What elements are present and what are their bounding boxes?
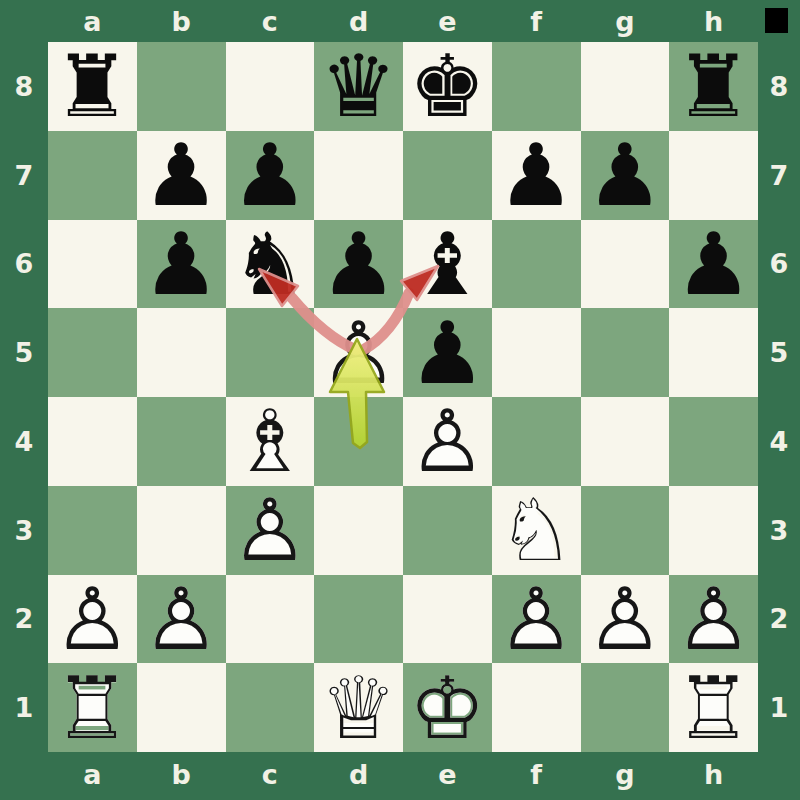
square-b2[interactable]: ♟♙ xyxy=(137,575,226,664)
square-h4[interactable] xyxy=(669,397,758,486)
file-label-top-b: b xyxy=(137,0,226,42)
square-b5[interactable] xyxy=(137,308,226,397)
square-d6[interactable]: ♟ xyxy=(314,220,403,309)
white-king[interactable]: ♚♔ xyxy=(403,663,492,752)
white-pawn[interactable]: ♟♙ xyxy=(403,397,492,486)
square-c7[interactable]: ♟ xyxy=(226,131,315,220)
rank-label-left-6: 6 xyxy=(0,220,48,309)
rook-glyph: ♜ xyxy=(669,42,758,131)
square-h8[interactable]: ♜ xyxy=(669,42,758,131)
square-h2[interactable]: ♟♙ xyxy=(669,575,758,664)
white-pawn[interactable]: ♟♙ xyxy=(137,575,226,664)
white-knight[interactable]: ♞♘ xyxy=(492,486,581,575)
square-a4[interactable] xyxy=(48,397,137,486)
rank-label-left-2: 2 xyxy=(0,575,48,664)
rank-label-right-5: 5 xyxy=(758,308,800,397)
pawn-glyph: ♟ xyxy=(314,220,403,309)
white-pawn[interactable]: ♟♙ xyxy=(226,486,315,575)
bishop-outline-glyph: ♗ xyxy=(226,397,315,486)
white-pawn[interactable]: ♟♙ xyxy=(314,308,403,397)
black-king[interactable]: ♚ xyxy=(403,42,492,131)
square-e7[interactable] xyxy=(403,131,492,220)
square-e4[interactable]: ♟♙ xyxy=(403,397,492,486)
black-pawn[interactable]: ♟ xyxy=(314,220,403,309)
chess-app: abcdefgh abcdefgh 87654321 87654321 ♜♛♚♜… xyxy=(0,0,800,800)
square-d2[interactable] xyxy=(314,575,403,664)
file-label-bottom-e: e xyxy=(403,752,492,800)
white-pawn[interactable]: ♟♙ xyxy=(492,575,581,664)
queen-outline-glyph: ♕ xyxy=(314,663,403,752)
black-pawn[interactable]: ♟ xyxy=(226,131,315,220)
square-f2[interactable]: ♟♙ xyxy=(492,575,581,664)
pawn-glyph: ♟ xyxy=(669,220,758,309)
square-d8[interactable]: ♛ xyxy=(314,42,403,131)
rank-labels-right: 87654321 xyxy=(758,42,800,752)
square-c2[interactable] xyxy=(226,575,315,664)
black-queen[interactable]: ♛ xyxy=(314,42,403,131)
square-a7[interactable] xyxy=(48,131,137,220)
rank-label-right-8: 8 xyxy=(758,42,800,131)
rank-label-left-1: 1 xyxy=(0,663,48,752)
white-pawn[interactable]: ♟♙ xyxy=(581,575,670,664)
black-pawn[interactable]: ♟ xyxy=(403,308,492,397)
square-a3[interactable] xyxy=(48,486,137,575)
black-pawn[interactable]: ♟ xyxy=(669,220,758,309)
square-h3[interactable] xyxy=(669,486,758,575)
black-bishop[interactable]: ♝ xyxy=(403,220,492,309)
square-g7[interactable]: ♟ xyxy=(581,131,670,220)
square-d4[interactable] xyxy=(314,397,403,486)
square-f5[interactable] xyxy=(492,308,581,397)
white-bishop[interactable]: ♝♗ xyxy=(226,397,315,486)
pawn-glyph: ♟ xyxy=(226,131,315,220)
file-label-bottom-a: a xyxy=(48,752,137,800)
rook-outline-glyph: ♖ xyxy=(669,663,758,752)
rank-label-left-8: 8 xyxy=(0,42,48,131)
square-g3[interactable] xyxy=(581,486,670,575)
pawn-glyph: ♟ xyxy=(581,131,670,220)
rank-label-right-1: 1 xyxy=(758,663,800,752)
file-label-bottom-h: h xyxy=(669,752,758,800)
rank-label-left-5: 5 xyxy=(0,308,48,397)
square-e3[interactable] xyxy=(403,486,492,575)
square-c3[interactable]: ♟♙ xyxy=(226,486,315,575)
square-d3[interactable] xyxy=(314,486,403,575)
file-label-bottom-g: g xyxy=(581,752,670,800)
pawn-outline-glyph: ♙ xyxy=(492,575,581,664)
black-knight[interactable]: ♞ xyxy=(226,220,315,309)
square-g8[interactable] xyxy=(581,42,670,131)
square-d7[interactable] xyxy=(314,131,403,220)
file-label-bottom-c: c xyxy=(226,752,315,800)
square-d1[interactable]: ♛♕ xyxy=(314,663,403,752)
square-e2[interactable] xyxy=(403,575,492,664)
square-h1[interactable]: ♜♖ xyxy=(669,663,758,752)
square-f4[interactable] xyxy=(492,397,581,486)
square-g5[interactable] xyxy=(581,308,670,397)
square-c5[interactable] xyxy=(226,308,315,397)
square-e6[interactable]: ♝ xyxy=(403,220,492,309)
square-g6[interactable] xyxy=(581,220,670,309)
pawn-glyph: ♟ xyxy=(403,308,492,397)
rank-label-right-2: 2 xyxy=(758,575,800,664)
file-label-bottom-f: f xyxy=(492,752,581,800)
square-g2[interactable]: ♟♙ xyxy=(581,575,670,664)
rank-label-left-4: 4 xyxy=(0,397,48,486)
turn-indicator-black-icon xyxy=(765,8,788,33)
pawn-outline-glyph: ♙ xyxy=(403,397,492,486)
pawn-outline-glyph: ♙ xyxy=(226,486,315,575)
square-b7[interactable]: ♟ xyxy=(137,131,226,220)
square-c1[interactable] xyxy=(226,663,315,752)
square-a5[interactable] xyxy=(48,308,137,397)
white-pawn[interactable]: ♟♙ xyxy=(48,575,137,664)
white-rook[interactable]: ♜♖ xyxy=(669,663,758,752)
black-rook[interactable]: ♜ xyxy=(669,42,758,131)
square-b8[interactable] xyxy=(137,42,226,131)
white-rook[interactable]: ♜♖ xyxy=(48,663,137,752)
square-g4[interactable] xyxy=(581,397,670,486)
file-label-top-c: c xyxy=(226,0,315,42)
rank-label-right-7: 7 xyxy=(758,131,800,220)
square-h6[interactable]: ♟ xyxy=(669,220,758,309)
pawn-outline-glyph: ♙ xyxy=(669,575,758,664)
rook-outline-glyph: ♖ xyxy=(48,663,137,752)
knight-outline-glyph: ♘ xyxy=(492,486,581,575)
rank-label-right-4: 4 xyxy=(758,397,800,486)
square-f8[interactable] xyxy=(492,42,581,131)
rank-labels-left: 87654321 xyxy=(0,42,48,752)
white-pawn[interactable]: ♟♙ xyxy=(669,575,758,664)
square-a8[interactable]: ♜ xyxy=(48,42,137,131)
file-label-top-f: f xyxy=(492,0,581,42)
square-a6[interactable] xyxy=(48,220,137,309)
square-a1[interactable]: ♜♖ xyxy=(48,663,137,752)
square-h7[interactable] xyxy=(669,131,758,220)
square-a2[interactable]: ♟♙ xyxy=(48,575,137,664)
rank-label-right-3: 3 xyxy=(758,486,800,575)
rank-label-right-6: 6 xyxy=(758,220,800,309)
file-labels-bottom: abcdefgh xyxy=(48,752,758,800)
square-h5[interactable] xyxy=(669,308,758,397)
rook-glyph: ♜ xyxy=(48,42,137,131)
square-e8[interactable]: ♚ xyxy=(403,42,492,131)
square-b4[interactable] xyxy=(137,397,226,486)
black-pawn[interactable]: ♟ xyxy=(137,131,226,220)
square-c4[interactable]: ♝♗ xyxy=(226,397,315,486)
square-c6[interactable]: ♞ xyxy=(226,220,315,309)
rank-label-left-7: 7 xyxy=(0,131,48,220)
file-label-bottom-b: b xyxy=(137,752,226,800)
king-glyph: ♚ xyxy=(403,42,492,131)
queen-glyph: ♛ xyxy=(314,42,403,131)
square-e1[interactable]: ♚♔ xyxy=(403,663,492,752)
pawn-outline-glyph: ♙ xyxy=(137,575,226,664)
square-b3[interactable] xyxy=(137,486,226,575)
bishop-glyph: ♝ xyxy=(403,220,492,309)
knight-glyph: ♞ xyxy=(226,220,315,309)
square-f3[interactable]: ♞♘ xyxy=(492,486,581,575)
black-rook[interactable]: ♜ xyxy=(48,42,137,131)
chess-board[interactable]: ♜♛♚♜♟♟♟♟♟♞♟♝♟♟♙♟♝♗♟♙♟♙♞♘♟♙♟♙♟♙♟♙♟♙♜♖♛♕♚♔… xyxy=(48,42,758,752)
square-f7[interactable]: ♟ xyxy=(492,131,581,220)
king-outline-glyph: ♔ xyxy=(403,663,492,752)
pawn-outline-glyph: ♙ xyxy=(581,575,670,664)
pawn-glyph: ♟ xyxy=(137,220,226,309)
square-b6[interactable]: ♟ xyxy=(137,220,226,309)
square-g1[interactable] xyxy=(581,663,670,752)
pawn-outline-glyph: ♙ xyxy=(48,575,137,664)
square-f1[interactable] xyxy=(492,663,581,752)
black-pawn[interactable]: ♟ xyxy=(137,220,226,309)
pawn-outline-glyph: ♙ xyxy=(314,308,403,397)
file-label-top-g: g xyxy=(581,0,670,42)
black-pawn[interactable]: ♟ xyxy=(581,131,670,220)
pawn-glyph: ♟ xyxy=(492,131,581,220)
white-queen[interactable]: ♛♕ xyxy=(314,663,403,752)
square-d5[interactable]: ♟♙ xyxy=(314,308,403,397)
square-b1[interactable] xyxy=(137,663,226,752)
square-e5[interactable]: ♟ xyxy=(403,308,492,397)
black-pawn[interactable]: ♟ xyxy=(492,131,581,220)
pawn-glyph: ♟ xyxy=(137,131,226,220)
rank-label-left-3: 3 xyxy=(0,486,48,575)
file-labels-top: abcdefgh xyxy=(48,0,758,42)
square-c8[interactable] xyxy=(226,42,315,131)
square-f6[interactable] xyxy=(492,220,581,309)
file-label-bottom-d: d xyxy=(314,752,403,800)
